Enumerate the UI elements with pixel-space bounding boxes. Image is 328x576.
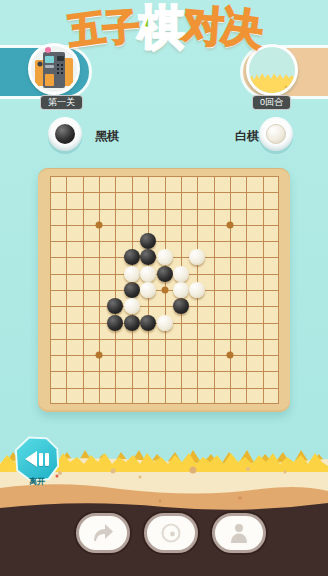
black-stone bbox=[173, 298, 189, 314]
grid-line bbox=[263, 176, 264, 404]
star-point bbox=[96, 352, 103, 359]
white-stone bbox=[173, 282, 189, 298]
black-stone bbox=[107, 315, 123, 331]
profile-button[interactable] bbox=[212, 513, 266, 553]
grid-line bbox=[50, 371, 279, 372]
sky-grass-icon bbox=[249, 47, 295, 93]
black-stone-icon bbox=[55, 124, 75, 144]
board-grid[interactable] bbox=[50, 176, 279, 404]
white-stone bbox=[189, 249, 205, 265]
star-point bbox=[226, 221, 233, 228]
white-stone bbox=[189, 282, 205, 298]
grid-line bbox=[50, 355, 279, 356]
title-char: 决 bbox=[218, 3, 263, 53]
white-stone bbox=[140, 266, 156, 282]
level-badge: 第一关 bbox=[40, 95, 83, 110]
restart-button[interactable] bbox=[144, 513, 198, 553]
grid-line bbox=[50, 403, 279, 404]
grid-line bbox=[230, 176, 231, 404]
grid-line bbox=[246, 176, 247, 404]
black-stone bbox=[140, 315, 156, 331]
white-stone bbox=[157, 249, 173, 265]
back-arrow-icon bbox=[25, 451, 37, 467]
leave-button[interactable]: 离开 bbox=[14, 436, 60, 490]
gomoku-app: 五子棋对决 第一关 0回合 黑棋 白棋 bbox=[0, 0, 328, 576]
white-stone bbox=[157, 315, 173, 331]
title-char: 五 bbox=[65, 8, 105, 53]
gomoku-board bbox=[38, 168, 290, 412]
black-stone bbox=[157, 266, 173, 282]
black-stone bbox=[124, 315, 140, 331]
leave-button-label: 离开 bbox=[14, 476, 60, 487]
white-stone-icon bbox=[266, 124, 286, 144]
white-stone-indicator bbox=[259, 117, 293, 151]
back-arrow-icon bbox=[45, 453, 49, 466]
grid-line bbox=[50, 306, 279, 307]
share-button[interactable] bbox=[76, 513, 130, 553]
black-stone bbox=[124, 282, 140, 298]
black-label: 黑棋 bbox=[95, 128, 119, 145]
white-stone bbox=[173, 266, 189, 282]
title-char: 棋 bbox=[138, 1, 183, 53]
round-badge: 0回合 bbox=[252, 95, 291, 110]
grid-line bbox=[278, 176, 279, 404]
share-forward-icon bbox=[90, 522, 116, 544]
back-arrow-icon bbox=[39, 453, 43, 466]
black-stone bbox=[140, 233, 156, 249]
star-point bbox=[161, 287, 168, 294]
white-label: 白棋 bbox=[235, 128, 259, 145]
circle-retry-icon bbox=[159, 521, 183, 545]
white-stone bbox=[124, 298, 140, 314]
black-stone-indicator bbox=[48, 117, 82, 151]
black-stone bbox=[124, 249, 140, 265]
star-point bbox=[96, 221, 103, 228]
grid-line bbox=[50, 388, 279, 389]
black-stone bbox=[140, 249, 156, 265]
black-stone bbox=[107, 298, 123, 314]
title-char: 子 bbox=[101, 7, 139, 50]
robot-machine-icon bbox=[31, 46, 77, 92]
title-char: 对 bbox=[181, 3, 223, 51]
grid-line bbox=[50, 339, 279, 340]
page-title: 五子棋对决 bbox=[0, 0, 328, 50]
person-icon bbox=[227, 522, 251, 544]
white-stone bbox=[124, 266, 140, 282]
grid-line bbox=[214, 176, 215, 404]
star-point bbox=[226, 352, 233, 359]
white-stone bbox=[140, 282, 156, 298]
